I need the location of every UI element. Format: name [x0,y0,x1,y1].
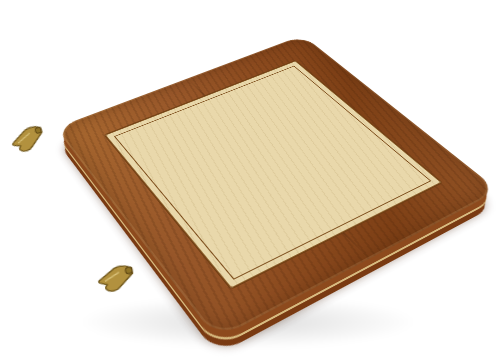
board-grid [115,66,430,278]
chess-set-photo [0,0,500,359]
perspective-scene [0,0,500,359]
